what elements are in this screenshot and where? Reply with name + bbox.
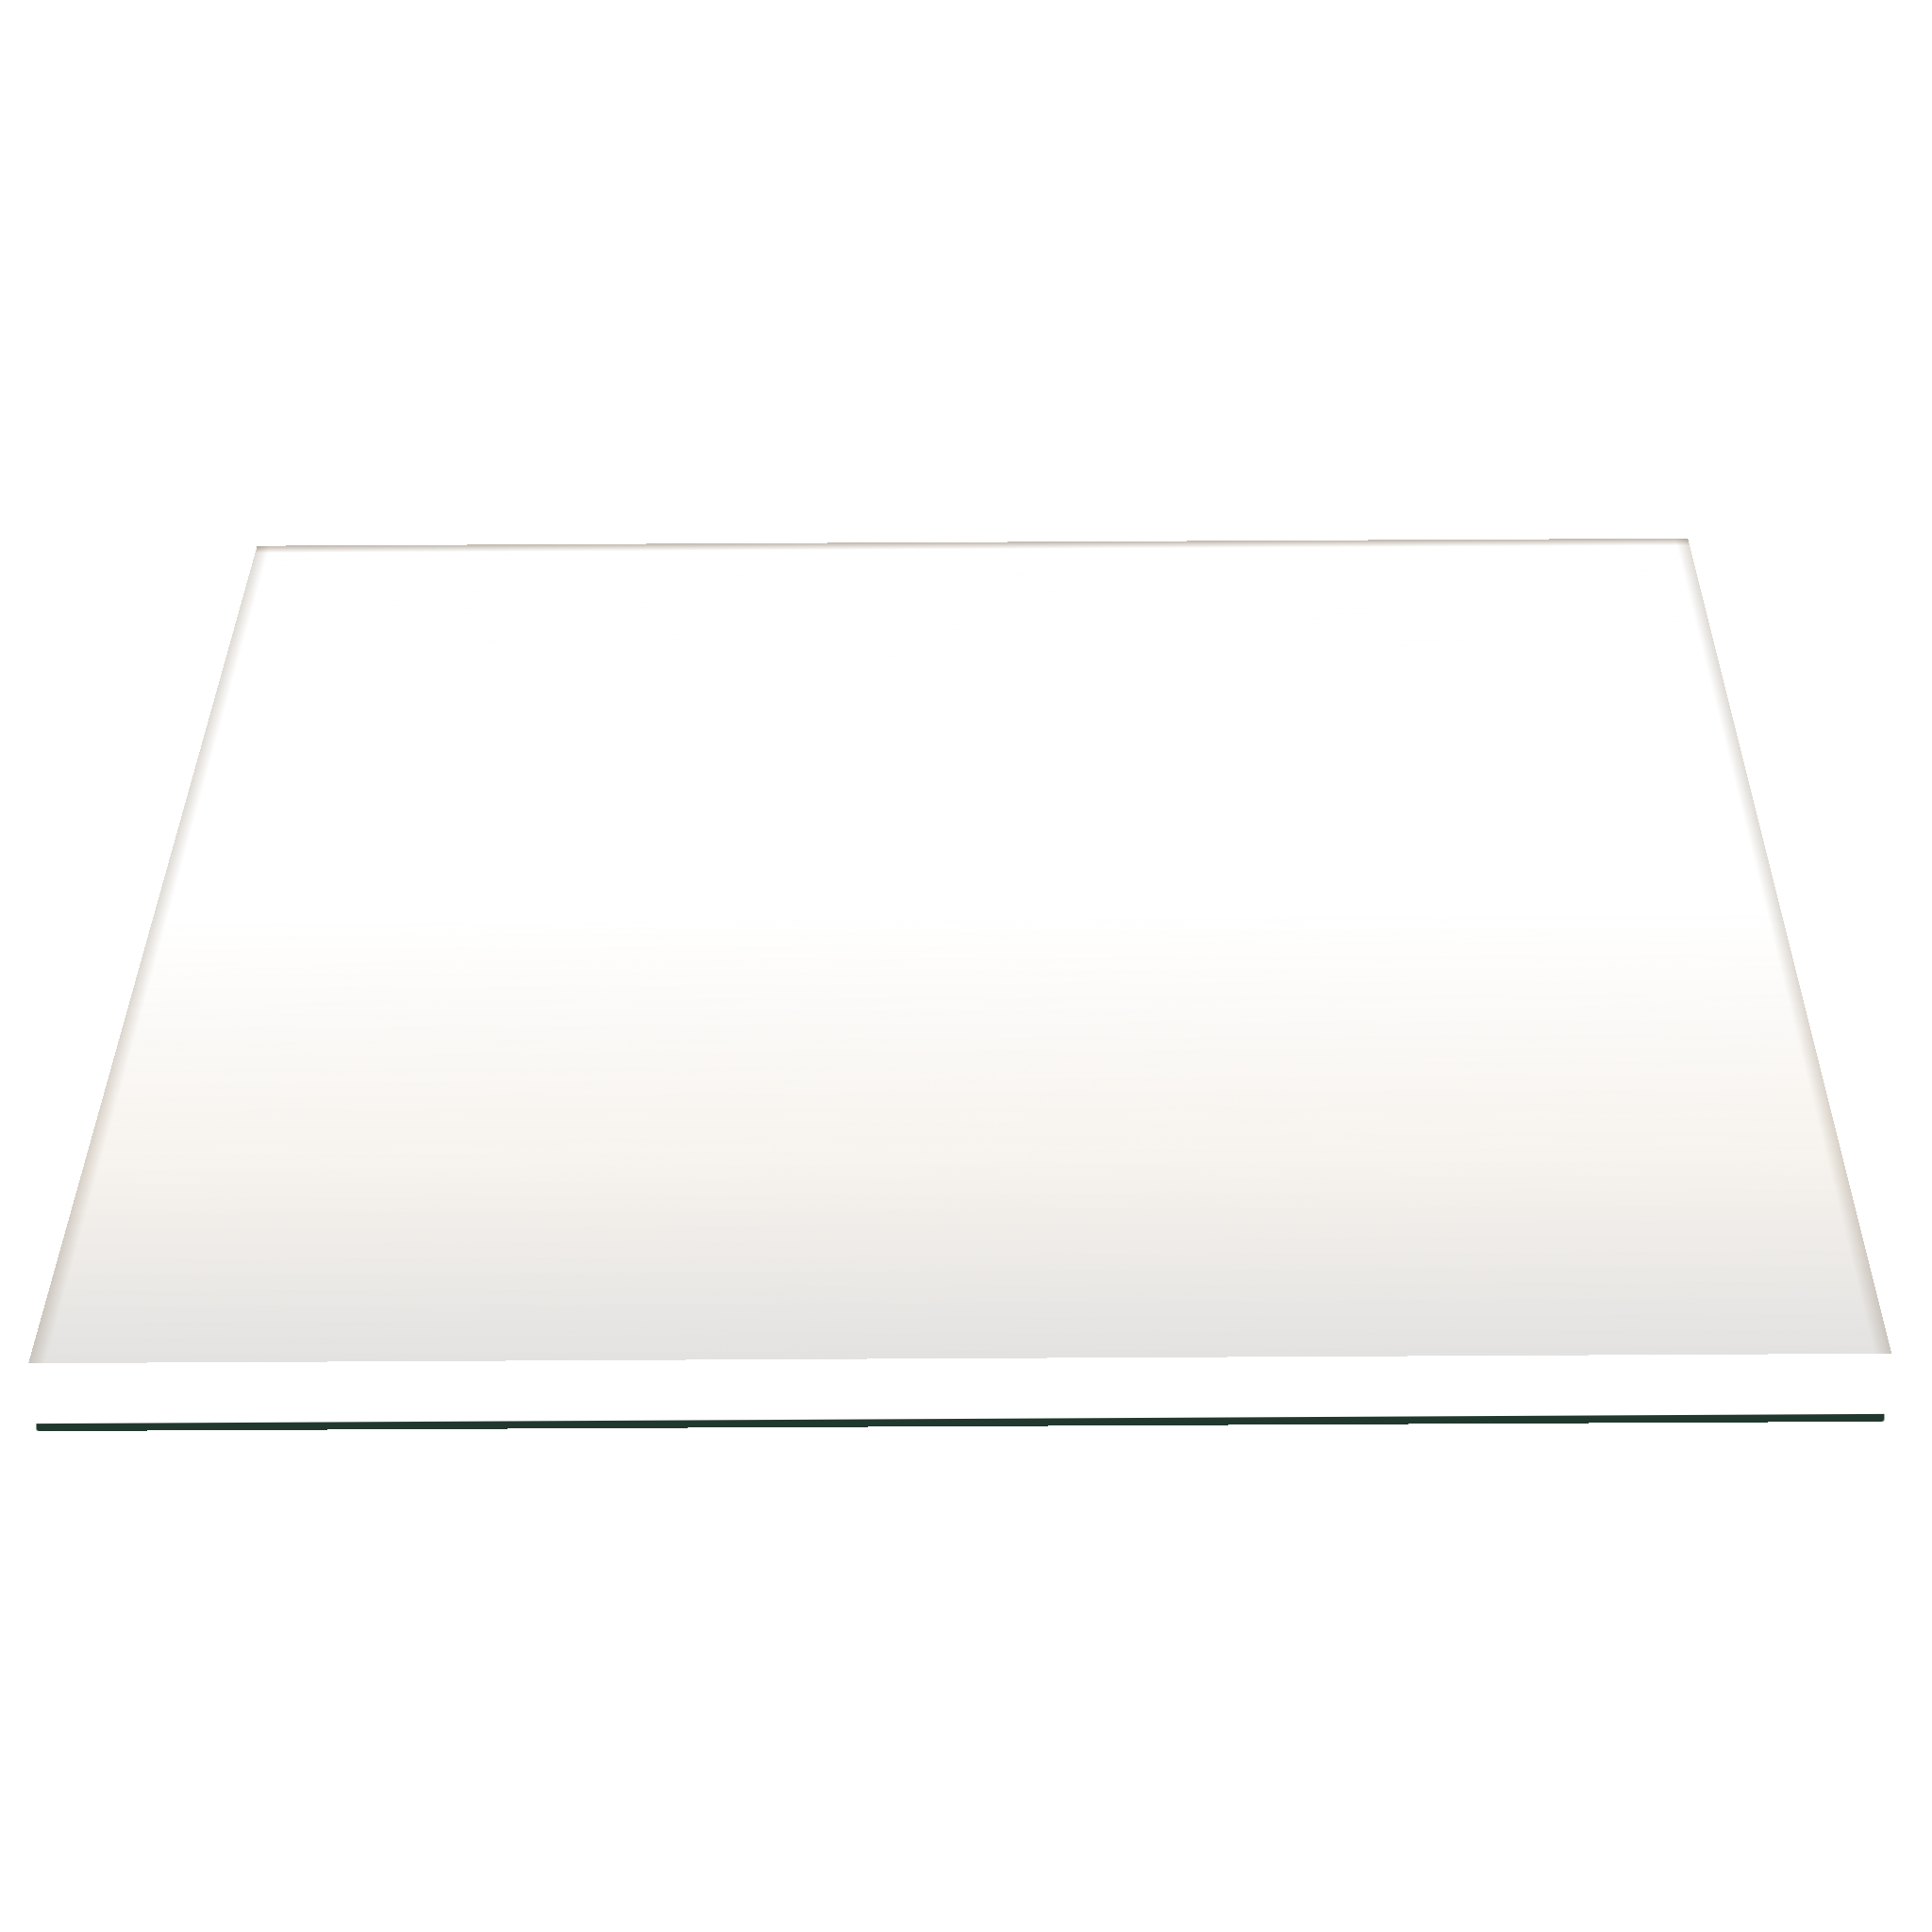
- board-side-face: [28, 1354, 1891, 1424]
- board-top-surface: [28, 539, 1891, 1363]
- photo-stage: [0, 0, 1932, 1932]
- board-shading-overlay: [28, 539, 1891, 1363]
- board-perspective: [25, 524, 1892, 1431]
- chessboard: [25, 524, 1892, 1431]
